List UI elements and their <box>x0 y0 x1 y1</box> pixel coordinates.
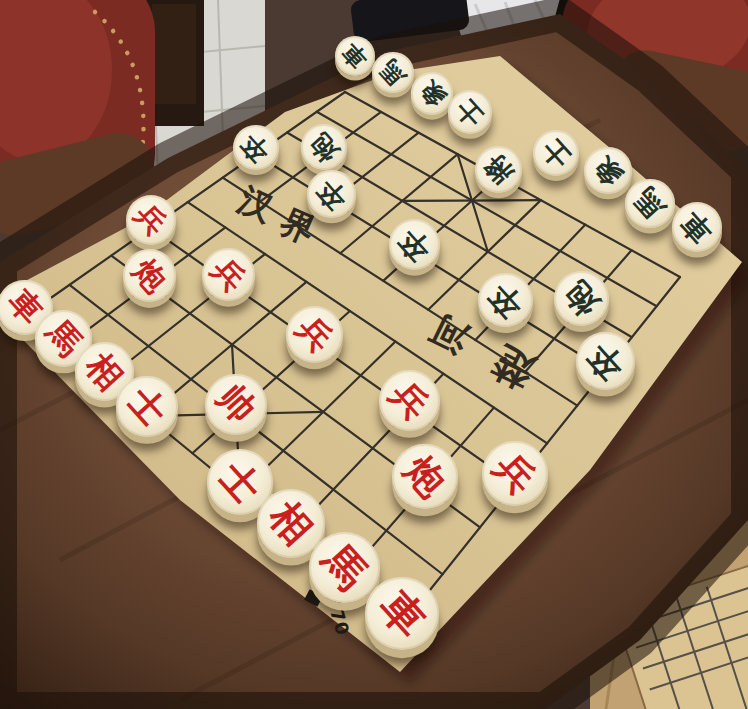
piece-red-soldier-e4[interactable]: 兵 <box>286 306 343 363</box>
piece-character: 將 <box>476 147 521 191</box>
piece-black-soldier-c7[interactable]: 卒 <box>307 170 355 218</box>
photo-stage: 汉界河楚 Ø70 車馬相士士相馬車帅炮炮兵兵兵兵兵將炮炮卒卒卒卒卒車馬象士士象馬… <box>0 0 748 709</box>
piece-character: 馬 <box>373 53 413 92</box>
captured-black-chariot-1[interactable]: 車 <box>335 36 375 76</box>
piece-character: 象 <box>412 73 453 113</box>
piece-red-soldier-i4[interactable]: 兵 <box>482 441 547 506</box>
piece-character: 卒 <box>308 171 355 217</box>
piece-red-soldier-g4[interactable]: 兵 <box>379 370 440 431</box>
piece-character: 兵 <box>483 442 546 504</box>
piece-black-general-e10[interactable]: 將 <box>475 146 522 193</box>
piece-character: 炮 <box>302 126 346 169</box>
piece-red-cannon-h3[interactable]: 炮 <box>392 444 458 510</box>
captured-black-elephant-6[interactable]: 象 <box>584 147 631 194</box>
piece-red-soldier-a4[interactable]: 兵 <box>126 195 176 245</box>
piece-character: 士 <box>117 377 176 436</box>
piece-character: 車 <box>366 578 438 649</box>
piece-character: 車 <box>672 203 721 252</box>
piece-black-soldier-g7[interactable]: 卒 <box>478 273 533 328</box>
piece-character: 炮 <box>393 445 456 507</box>
piece-red-horse-h1[interactable]: 馬 <box>309 532 380 603</box>
piece-black-cannon-h8[interactable]: 炮 <box>554 271 609 326</box>
wood-furniture-leg <box>152 4 196 104</box>
piece-character: 兵 <box>203 249 255 300</box>
captured-black-horse-7[interactable]: 馬 <box>625 179 674 228</box>
piece-black-soldier-i7[interactable]: 卒 <box>576 332 635 391</box>
piece-character: 炮 <box>555 273 608 325</box>
piece-character: 炮 <box>124 250 176 301</box>
piece-character: 兵 <box>380 371 439 429</box>
captured-black-elephant-3[interactable]: 象 <box>411 72 453 114</box>
piece-black-cannon-b8[interactable]: 炮 <box>301 124 347 170</box>
piece-character: 士 <box>449 92 490 133</box>
piece-character: 車 <box>336 37 375 75</box>
piece-character: 馬 <box>626 180 673 227</box>
piece-character: 象 <box>585 149 630 193</box>
piece-red-advisor-d1[interactable]: 士 <box>116 376 177 437</box>
piece-character: 兵 <box>126 196 175 244</box>
piece-character: 馬 <box>310 533 379 601</box>
piece-red-soldier-c4[interactable]: 兵 <box>202 248 255 301</box>
piece-character: 卒 <box>234 126 278 169</box>
captured-black-horse-2[interactable]: 馬 <box>372 52 413 93</box>
captured-black-advisor-4[interactable]: 士 <box>448 90 492 134</box>
piece-character: 卒 <box>577 333 634 389</box>
piece-character: 兵 <box>287 307 343 362</box>
piece-red-general-e2[interactable]: 帅 <box>205 374 266 435</box>
piece-black-soldier-a7[interactable]: 卒 <box>233 125 279 171</box>
piece-character: 卒 <box>389 220 439 270</box>
piece-character: 士 <box>534 131 579 175</box>
captured-black-advisor-5[interactable]: 士 <box>533 130 579 176</box>
piece-character: 卒 <box>479 274 532 326</box>
piece-character: 帅 <box>206 375 265 433</box>
piece-red-chariot-i1[interactable]: 車 <box>365 577 439 651</box>
